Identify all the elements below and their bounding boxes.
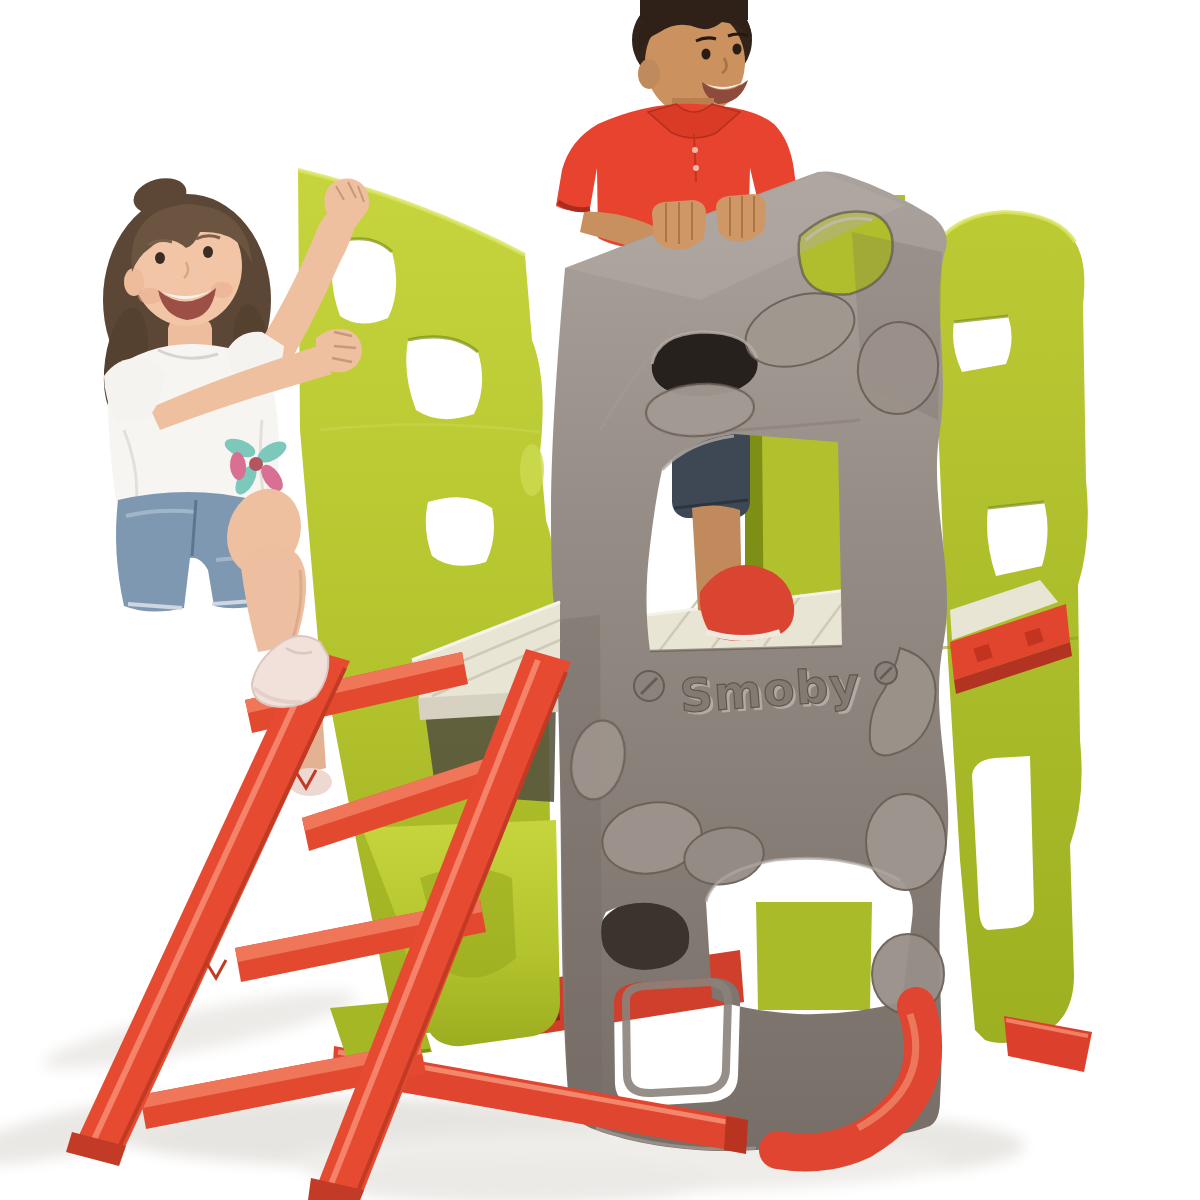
boy-eye-left xyxy=(702,49,711,60)
girl-hand-side xyxy=(316,329,362,372)
product-photo-climbing-tower: Smoby Smoby xyxy=(0,0,1200,1200)
girl-eye-right xyxy=(203,246,213,258)
scene-svg: Smoby Smoby xyxy=(0,0,1200,1200)
boy-eye-right xyxy=(733,44,742,55)
boy-ear xyxy=(638,59,660,89)
girl-eye-left xyxy=(155,252,165,264)
